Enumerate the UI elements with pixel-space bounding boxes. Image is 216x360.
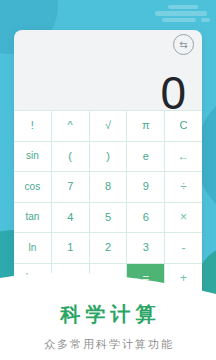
key-sqrt[interactable]: √ [90, 111, 127, 141]
key-7[interactable]: 7 [52, 172, 89, 202]
key-power[interactable]: ^ [52, 111, 89, 141]
key-3[interactable]: 3 [127, 233, 164, 263]
promo-text-block: 科学计算 众多常用科学计算功能 [0, 270, 216, 352]
key-factorial[interactable]: ! [14, 111, 51, 141]
key-backspace[interactable]: ← [165, 142, 202, 172]
calculator-keypad: !^√πCsin()e←cos789÷tan456×ln123-log0.=+ [14, 110, 202, 292]
key-2[interactable]: 2 [90, 233, 127, 263]
key-5[interactable]: 5 [90, 203, 127, 233]
calculator-promo-screen: ⇆ 0 !^√πCsin()e←cos789÷tan456×ln123-log0… [0, 0, 216, 360]
key-divide[interactable]: ÷ [165, 172, 202, 202]
key-clear[interactable]: C [165, 111, 202, 141]
key-close-paren[interactable]: ) [90, 142, 127, 172]
promo-title: 科学计算 [0, 301, 216, 328]
decor-cloud-icon [155, 11, 207, 16]
decor-cloud-icon [162, 18, 196, 22]
key-open-paren[interactable]: ( [52, 142, 89, 172]
key-6[interactable]: 6 [127, 203, 164, 233]
key-multiply[interactable]: × [165, 203, 202, 233]
promo-subtitle: 众多常用科学计算功能 [0, 337, 216, 352]
decor-cloud-icon [168, 5, 198, 9]
key-cos[interactable]: cos [14, 172, 51, 202]
key-sin[interactable]: sin [14, 142, 51, 172]
key-e[interactable]: e [127, 142, 164, 172]
key-4[interactable]: 4 [52, 203, 89, 233]
calculator-card: ⇆ 0 !^√πCsin()e←cos789÷tan456×ln123-log0… [14, 30, 202, 292]
decor-cloud-icon [201, 18, 210, 22]
key-ln[interactable]: ln [14, 233, 51, 263]
key-pi[interactable]: π [127, 111, 164, 141]
calculator-display: 0 [14, 30, 202, 110]
key-8[interactable]: 8 [90, 172, 127, 202]
key-minus[interactable]: - [165, 233, 202, 263]
key-1[interactable]: 1 [52, 233, 89, 263]
key-9[interactable]: 9 [127, 172, 164, 202]
key-tan[interactable]: tan [14, 203, 51, 233]
